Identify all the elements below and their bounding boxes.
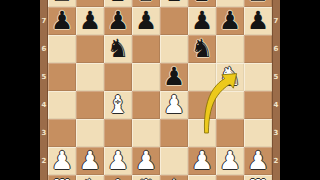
piece-white-pawn-a2[interactable]: ♟ [48,147,76,175]
square-d3[interactable] [132,119,160,147]
rank-label-right-2: 2 [272,156,280,166]
rank-labels-right: 765432 [272,0,280,180]
piece-white-pawn-f2[interactable]: ♟ [188,147,216,175]
piece-white-knight-g5[interactable]: ♞ [216,63,244,91]
piece-white-bishop-c1[interactable]: ♝ [104,175,132,180]
square-b2[interactable]: ♟ [76,147,104,175]
square-e8[interactable]: ♚ [160,0,188,7]
square-h2[interactable]: ♟ [244,147,272,175]
square-e7[interactable] [160,7,188,35]
square-b5[interactable] [76,63,104,91]
square-g1[interactable] [216,175,244,180]
piece-black-knight-f6[interactable]: ♞ [188,35,216,63]
rank-label-right-6: 6 [272,44,280,54]
square-a2[interactable]: ♟ [48,147,76,175]
rank-label-right-3: 3 [272,128,280,138]
square-a3[interactable] [48,119,76,147]
square-b7[interactable]: ♟ [76,7,104,35]
square-h1[interactable]: ♜ [244,175,272,180]
square-g2[interactable]: ♟ [216,147,244,175]
square-e5[interactable]: ♟ [160,63,188,91]
square-b6[interactable] [76,35,104,63]
screenshot-root: 765432 ♜♝♛♚♝♜♟♟♟♟♟♟♟♞♞♟♞♝♟♟♟♟♟♟♟♟♜♞♝♛♚♜ … [0,0,320,180]
square-f3[interactable] [188,119,216,147]
square-h4[interactable] [244,91,272,119]
piece-white-rook-a1[interactable]: ♜ [48,175,76,180]
square-c6[interactable]: ♞ [104,35,132,63]
square-c7[interactable]: ♟ [104,7,132,35]
rank-label-left-4: 4 [40,100,48,110]
rank-label-left-7: 7 [40,16,48,26]
square-h5[interactable] [244,63,272,91]
piece-black-pawn-d7[interactable]: ♟ [132,7,160,35]
piece-white-bishop-c4[interactable]: ♝ [104,91,132,119]
rank-label-left-2: 2 [40,156,48,166]
piece-black-pawn-g7[interactable]: ♟ [216,7,244,35]
piece-white-king-e1[interactable]: ♚ [160,175,188,180]
square-e1[interactable]: ♚ [160,175,188,180]
square-b3[interactable] [76,119,104,147]
square-c2[interactable]: ♟ [104,147,132,175]
chess-board[interactable]: ♜♝♛♚♝♜♟♟♟♟♟♟♟♞♞♟♞♝♟♟♟♟♟♟♟♟♜♞♝♛♚♜ [48,0,272,180]
square-d4[interactable] [132,91,160,119]
square-e2[interactable] [160,147,188,175]
square-c1[interactable]: ♝ [104,175,132,180]
square-f2[interactable]: ♟ [188,147,216,175]
square-g3[interactable] [216,119,244,147]
square-a7[interactable]: ♟ [48,7,76,35]
piece-black-king-e8[interactable]: ♚ [160,0,188,7]
piece-black-pawn-b7[interactable]: ♟ [76,7,104,35]
square-c5[interactable] [104,63,132,91]
square-a6[interactable] [48,35,76,63]
square-g6[interactable] [216,35,244,63]
square-d1[interactable]: ♛ [132,175,160,180]
square-e4[interactable]: ♟ [160,91,188,119]
square-f7[interactable]: ♟ [188,7,216,35]
square-g7[interactable]: ♟ [216,7,244,35]
square-d2[interactable]: ♟ [132,147,160,175]
square-e6[interactable] [160,35,188,63]
piece-white-pawn-g2[interactable]: ♟ [216,147,244,175]
piece-white-pawn-h2[interactable]: ♟ [244,147,272,175]
square-f4[interactable] [188,91,216,119]
piece-white-pawn-c2[interactable]: ♟ [104,147,132,175]
square-a1[interactable]: ♜ [48,175,76,180]
square-a4[interactable] [48,91,76,119]
piece-white-pawn-b2[interactable]: ♟ [76,147,104,175]
square-b4[interactable] [76,91,104,119]
square-h3[interactable] [244,119,272,147]
piece-black-pawn-e5[interactable]: ♟ [160,63,188,91]
rank-label-right-5: 5 [272,72,280,82]
rank-label-right-7: 7 [272,16,280,26]
square-g4[interactable] [216,91,244,119]
piece-black-pawn-h7[interactable]: ♟ [244,7,272,35]
piece-white-knight-b1[interactable]: ♞ [76,175,104,180]
square-d5[interactable] [132,63,160,91]
square-h7[interactable]: ♟ [244,7,272,35]
piece-black-pawn-f7[interactable]: ♟ [188,7,216,35]
piece-black-knight-c6[interactable]: ♞ [104,35,132,63]
square-g5[interactable]: ♞ [216,63,244,91]
square-c3[interactable] [104,119,132,147]
square-c4[interactable]: ♝ [104,91,132,119]
board-frame: 765432 ♜♝♛♚♝♜♟♟♟♟♟♟♟♞♞♟♞♝♟♟♟♟♟♟♟♟♜♞♝♛♚♜ … [40,0,280,180]
rank-label-left-6: 6 [40,44,48,54]
square-f1[interactable] [188,175,216,180]
piece-white-rook-h1[interactable]: ♜ [244,175,272,180]
piece-black-pawn-c7[interactable]: ♟ [104,7,132,35]
rank-label-left-3: 3 [40,128,48,138]
square-f6[interactable]: ♞ [188,35,216,63]
square-h6[interactable] [244,35,272,63]
piece-white-pawn-d2[interactable]: ♟ [132,147,160,175]
piece-white-queen-d1[interactable]: ♛ [132,175,160,180]
square-a5[interactable] [48,63,76,91]
square-e3[interactable] [160,119,188,147]
square-b1[interactable]: ♞ [76,175,104,180]
rank-label-right-4: 4 [272,100,280,110]
square-d7[interactable]: ♟ [132,7,160,35]
piece-white-pawn-e4[interactable]: ♟ [160,91,188,119]
rank-labels-left: 765432 [40,0,48,180]
square-f5[interactable] [188,63,216,91]
rank-label-left-5: 5 [40,72,48,82]
piece-black-pawn-a7[interactable]: ♟ [48,7,76,35]
square-d6[interactable] [132,35,160,63]
